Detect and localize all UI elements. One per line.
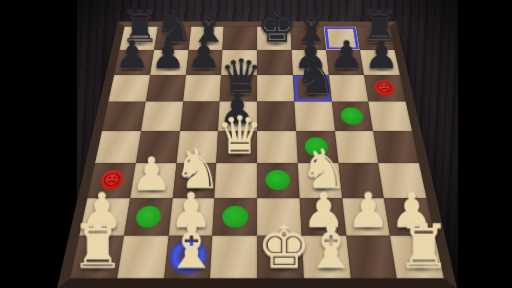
piece-white-bishop-f1[interactable]: ♝ — [304, 219, 351, 276]
square-c6[interactable] — [183, 75, 222, 102]
square-b5[interactable] — [141, 102, 183, 131]
piece-white-bishop-c1[interactable]: ♝ — [164, 219, 211, 276]
square-c7[interactable]: ♟ — [186, 50, 223, 75]
square-h4[interactable] — [373, 131, 419, 163]
square-h1[interactable]: ♜ — [390, 236, 444, 278]
square-d2[interactable] — [213, 198, 257, 236]
square-e1[interactable]: ♚ — [257, 236, 304, 278]
square-d4[interactable]: ♛ — [217, 131, 257, 163]
piece-white-rook-h1[interactable]: ♜ — [397, 219, 444, 276]
square-c1[interactable]: ♝ — [164, 236, 213, 278]
square-e8[interactable]: ♚ — [257, 27, 291, 50]
piece-black-pawn-h7[interactable]: ♟ — [364, 37, 400, 74]
square-b7[interactable]: ♟ — [150, 50, 188, 75]
square-a7[interactable]: ♟ — [114, 50, 154, 75]
warning-face-icon-h6[interactable]: ☹ — [373, 80, 396, 96]
square-h6[interactable]: ☹ — [364, 75, 406, 102]
piece-black-pawn-c7[interactable]: ♟ — [186, 37, 222, 74]
square-a6[interactable] — [108, 75, 150, 102]
legal-move-dot-g5[interactable] — [340, 108, 364, 125]
piece-black-king-e8[interactable]: ♚ — [257, 7, 291, 49]
chess-app-screen: { "game": "chess", "scene": "3d-perspect… — [0, 0, 512, 288]
piece-white-pawn-b3[interactable]: ♟ — [130, 152, 172, 196]
piece-black-knight-f6[interactable]: ♞ — [294, 55, 331, 100]
square-c5[interactable] — [180, 102, 220, 131]
letterbox-left — [0, 0, 77, 288]
piece-black-pawn-a7[interactable]: ♟ — [114, 37, 150, 74]
chess-board[interactable]: ♜♞♝♚♝♜♟♟♟♟♟♟♛♞☹♟♛☹♟♞♞♟♟♟♟♟♜♝♚♝♜ — [57, 22, 457, 288]
legal-move-dot-b2[interactable] — [134, 205, 162, 227]
legal-move-dot-d2[interactable] — [222, 205, 248, 227]
square-a1[interactable]: ♜ — [70, 236, 124, 278]
square-g5[interactable] — [331, 102, 373, 131]
piece-white-rook-a1[interactable]: ♜ — [71, 219, 118, 276]
piece-white-queen-d4[interactable]: ♛ — [217, 112, 257, 161]
legal-move-dot-e3[interactable] — [266, 170, 291, 190]
board-scene: ♜♞♝♚♝♜♟♟♟♟♟♟♛♞☹♟♛☹♟♞♞♟♟♟♟♟♜♝♚♝♜ — [77, 0, 458, 288]
square-b6[interactable] — [146, 75, 186, 102]
square-h7[interactable]: ♟ — [360, 50, 400, 75]
square-f5[interactable] — [294, 102, 334, 131]
square-f6[interactable]: ♞ — [293, 75, 332, 102]
square-h5[interactable] — [368, 102, 412, 131]
square-f1[interactable]: ♝ — [301, 236, 350, 278]
letterbox-right — [458, 0, 512, 288]
square-a5[interactable] — [102, 102, 146, 131]
square-e3[interactable] — [257, 163, 299, 198]
piece-black-pawn-b7[interactable]: ♟ — [150, 37, 186, 74]
piece-white-king-e1[interactable]: ♚ — [257, 219, 304, 276]
